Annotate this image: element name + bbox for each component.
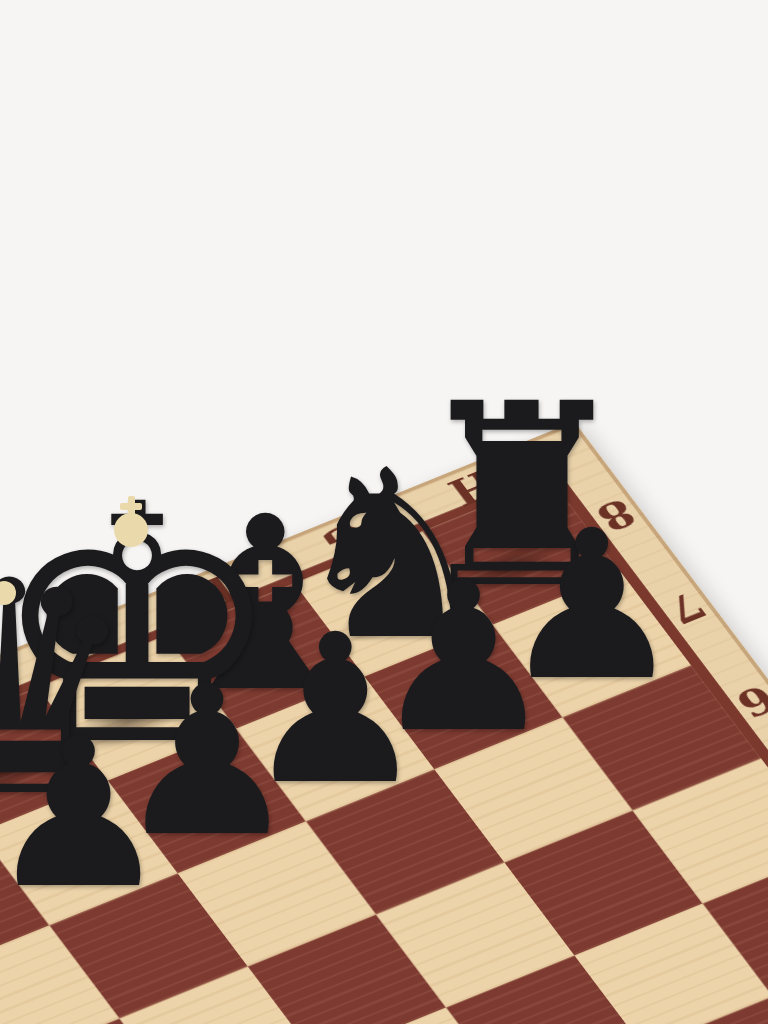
scene: ABCDEFGH 87654321 ♛♚♝♞♜♟♟♟♟♟: [0, 0, 768, 1024]
king-finial: [120, 503, 142, 510]
pieces-layer: ♛♚♝♞♜♟♟♟♟♟: [0, 0, 768, 1024]
black-pawn-d7[interactable]: ♟: [0, 711, 171, 917]
